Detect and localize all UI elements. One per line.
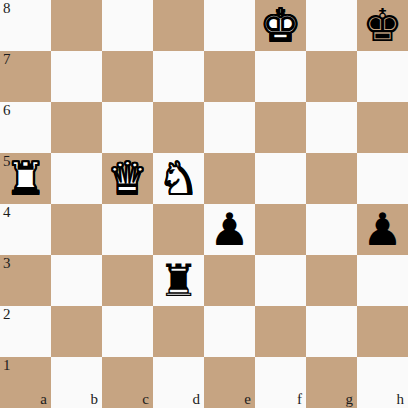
square-b2[interactable] <box>51 306 102 357</box>
rank-label-6: 6 <box>3 103 11 118</box>
square-c7[interactable] <box>102 51 153 102</box>
square-a6[interactable]: 6 <box>0 102 51 153</box>
chess-board: 8♚♚765♜♛♞4♟♟3♜21abcdefgh <box>0 0 408 408</box>
file-label-e: e <box>244 392 251 407</box>
white-knight-d5[interactable]: ♞ <box>153 153 204 204</box>
square-d3[interactable]: ♜ <box>153 255 204 306</box>
square-e4[interactable]: ♟ <box>204 204 255 255</box>
square-d7[interactable] <box>153 51 204 102</box>
square-e6[interactable] <box>204 102 255 153</box>
square-d5[interactable]: ♞ <box>153 153 204 204</box>
square-a8[interactable]: 8 <box>0 0 51 51</box>
rank-label-7: 7 <box>3 52 11 67</box>
square-f8[interactable]: ♚ <box>255 0 306 51</box>
file-label-a: a <box>40 392 47 407</box>
file-label-h: h <box>397 392 405 407</box>
square-c1[interactable]: c <box>102 357 153 408</box>
square-g4[interactable] <box>306 204 357 255</box>
square-f3[interactable] <box>255 255 306 306</box>
file-label-f: f <box>297 392 302 407</box>
square-b6[interactable] <box>51 102 102 153</box>
rank-label-1: 1 <box>3 358 11 373</box>
square-d8[interactable] <box>153 0 204 51</box>
square-c2[interactable] <box>102 306 153 357</box>
square-f7[interactable] <box>255 51 306 102</box>
square-b8[interactable] <box>51 0 102 51</box>
square-h3[interactable] <box>357 255 408 306</box>
square-g8[interactable] <box>306 0 357 51</box>
rank-label-2: 2 <box>3 307 11 322</box>
square-g3[interactable] <box>306 255 357 306</box>
file-label-g: g <box>346 392 354 407</box>
square-e5[interactable] <box>204 153 255 204</box>
square-a1[interactable]: 1a <box>0 357 51 408</box>
square-b5[interactable] <box>51 153 102 204</box>
square-f6[interactable] <box>255 102 306 153</box>
square-c3[interactable] <box>102 255 153 306</box>
square-c4[interactable] <box>102 204 153 255</box>
white-king-f8[interactable]: ♚ <box>255 0 306 51</box>
square-a5[interactable]: 5♜ <box>0 153 51 204</box>
square-g7[interactable] <box>306 51 357 102</box>
square-e7[interactable] <box>204 51 255 102</box>
square-a7[interactable]: 7 <box>0 51 51 102</box>
square-c8[interactable] <box>102 0 153 51</box>
square-g5[interactable] <box>306 153 357 204</box>
square-h8[interactable]: ♚ <box>357 0 408 51</box>
black-pawn-e4[interactable]: ♟ <box>204 204 255 255</box>
square-d4[interactable] <box>153 204 204 255</box>
black-pawn-h4[interactable]: ♟ <box>357 204 408 255</box>
square-a4[interactable]: 4 <box>0 204 51 255</box>
rank-label-4: 4 <box>3 205 11 220</box>
square-d2[interactable] <box>153 306 204 357</box>
square-h4[interactable]: ♟ <box>357 204 408 255</box>
square-h5[interactable] <box>357 153 408 204</box>
rank-label-8: 8 <box>3 1 11 16</box>
square-h6[interactable] <box>357 102 408 153</box>
white-rook-a5[interactable]: ♜ <box>0 153 51 204</box>
square-e3[interactable] <box>204 255 255 306</box>
square-e1[interactable]: e <box>204 357 255 408</box>
square-h2[interactable] <box>357 306 408 357</box>
file-label-b: b <box>91 392 99 407</box>
black-rook-d3[interactable]: ♜ <box>153 255 204 306</box>
white-queen-c5[interactable]: ♛ <box>102 153 153 204</box>
square-f4[interactable] <box>255 204 306 255</box>
square-h1[interactable]: h <box>357 357 408 408</box>
square-b4[interactable] <box>51 204 102 255</box>
rank-label-3: 3 <box>3 256 11 271</box>
square-f2[interactable] <box>255 306 306 357</box>
square-c6[interactable] <box>102 102 153 153</box>
square-a2[interactable]: 2 <box>0 306 51 357</box>
square-d1[interactable]: d <box>153 357 204 408</box>
square-g2[interactable] <box>306 306 357 357</box>
square-g6[interactable] <box>306 102 357 153</box>
square-h7[interactable] <box>357 51 408 102</box>
square-g1[interactable]: g <box>306 357 357 408</box>
square-e8[interactable] <box>204 0 255 51</box>
square-b3[interactable] <box>51 255 102 306</box>
square-f1[interactable]: f <box>255 357 306 408</box>
square-a3[interactable]: 3 <box>0 255 51 306</box>
square-b1[interactable]: b <box>51 357 102 408</box>
square-d6[interactable] <box>153 102 204 153</box>
file-label-c: c <box>142 392 149 407</box>
file-label-d: d <box>193 392 201 407</box>
square-e2[interactable] <box>204 306 255 357</box>
square-f5[interactable] <box>255 153 306 204</box>
square-c5[interactable]: ♛ <box>102 153 153 204</box>
square-b7[interactable] <box>51 51 102 102</box>
black-king-h8[interactable]: ♚ <box>357 0 408 51</box>
